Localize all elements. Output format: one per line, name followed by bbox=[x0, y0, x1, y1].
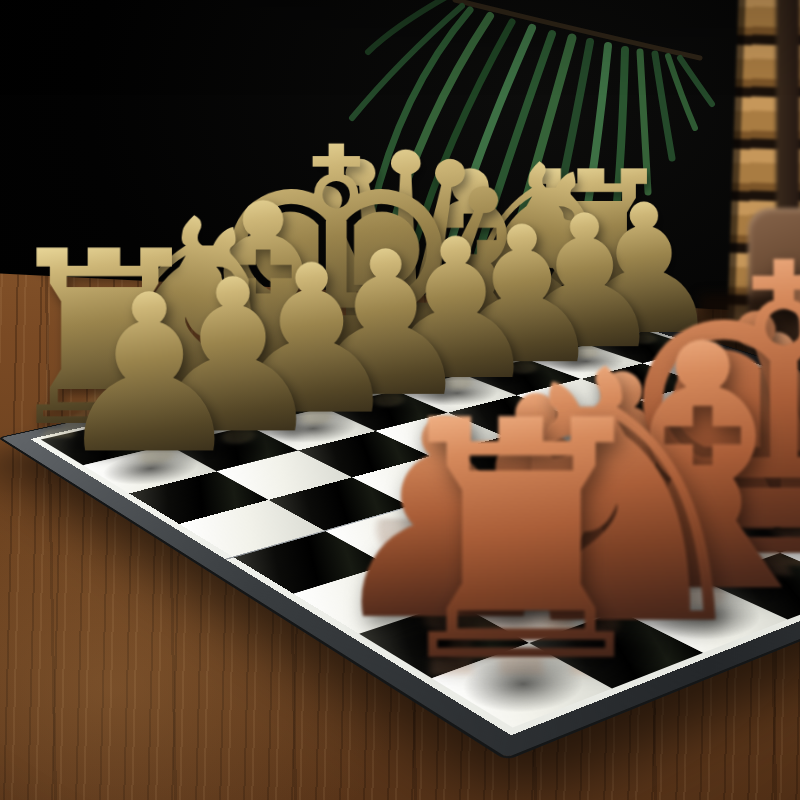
board-scene: ♜♜♞♞♝♝♚♚♛♛♝♝♞♞♜♜♟♟♟♟♟♟♟♟♟♟♟♟♟♟♟♟♟♟♟♟♟♟♟♟… bbox=[0, 0, 800, 800]
square-h7: ♟♟ bbox=[83, 445, 216, 493]
piece-bronze-pawn-h7: ♟ bbox=[52, 283, 247, 468]
board-grid: ♜♜♞♞♝♝♚♚♛♛♝♝♞♞♜♜♟♟♟♟♟♟♟♟♟♟♟♟♟♟♟♟♟♟♟♟♟♟♟♟… bbox=[41, 314, 800, 727]
chess-board: ♜♜♞♞♝♝♚♚♛♛♝♝♞♞♜♜♟♟♟♟♟♟♟♟♟♟♟♟♟♟♟♟♟♟♟♟♟♟♟♟… bbox=[1, 305, 800, 757]
product-photo-stage: ♜♜♞♞♝♝♚♚♛♛♝♝♞♞♜♜♟♟♟♟♟♟♟♟♟♟♟♟♟♟♟♟♟♟♟♟♟♟♟♟… bbox=[0, 0, 800, 800]
piece-copper-rook-h1: ♜ bbox=[373, 403, 669, 684]
pawn-glyph: ♟ bbox=[52, 283, 247, 468]
board-white-margin: ♜♜♞♞♝♝♚♚♛♛♝♝♞♞♜♜♟♟♟♟♟♟♟♟♟♟♟♟♟♟♟♟♟♟♟♟♟♟♟♟… bbox=[30, 312, 800, 736]
rook-glyph: ♜ bbox=[373, 403, 669, 684]
board-frame: ♜♜♞♞♝♝♚♚♛♛♝♝♞♞♜♜♟♟♟♟♟♟♟♟♟♟♟♟♟♟♟♟♟♟♟♟♟♟♟♟… bbox=[1, 305, 800, 757]
board-grid-wrap: ♜♜♞♞♝♝♚♚♛♛♝♝♞♞♜♜♟♟♟♟♟♟♟♟♟♟♟♟♟♟♟♟♟♟♟♟♟♟♟♟… bbox=[41, 314, 800, 727]
